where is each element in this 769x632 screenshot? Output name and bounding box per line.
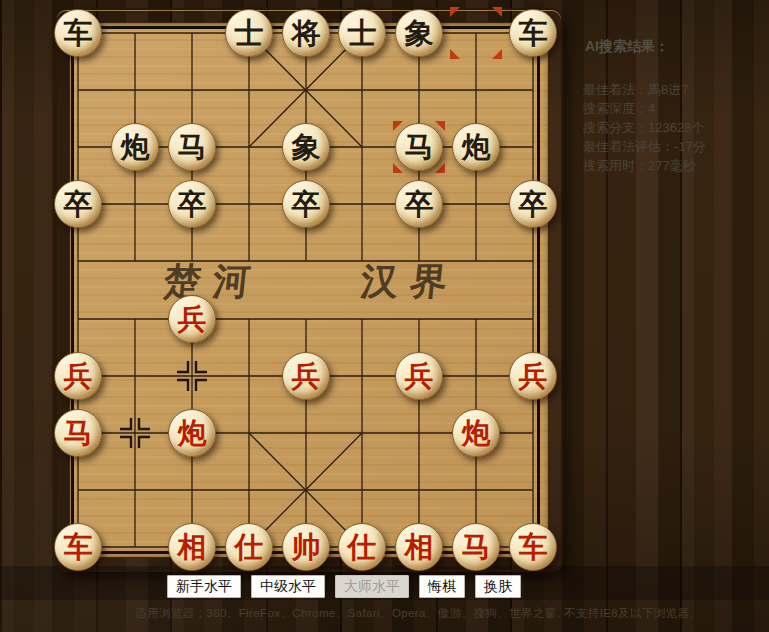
- app-background: 楚河 汉界 车士将士象车炮马象马炮卒卒卒卒卒兵兵兵兵兵马炮炮车相仕帅仕相马车 A…: [0, 0, 769, 632]
- black-piece-卒[interactable]: 卒: [54, 180, 102, 228]
- black-piece-士[interactable]: 士: [225, 9, 273, 57]
- ai-stat-time: 搜索用时：277毫秒: [583, 156, 763, 175]
- marker-corner-tr: [435, 121, 445, 131]
- marker-corner-br: [492, 49, 502, 59]
- red-piece-帅[interactable]: 帅: [282, 523, 330, 571]
- black-piece-卒[interactable]: 卒: [509, 180, 557, 228]
- red-piece-兵[interactable]: 兵: [168, 295, 216, 343]
- red-piece-兵[interactable]: 兵: [509, 352, 557, 400]
- red-piece-仕[interactable]: 仕: [338, 523, 386, 571]
- intermediate-level-button[interactable]: 中级水平: [251, 575, 325, 598]
- red-piece-兵[interactable]: 兵: [282, 352, 330, 400]
- black-piece-卒[interactable]: 卒: [282, 180, 330, 228]
- river-label-right: 汉界: [358, 257, 461, 307]
- marker-corner-tl: [450, 7, 460, 17]
- black-piece-象[interactable]: 象: [395, 9, 443, 57]
- black-piece-卒[interactable]: 卒: [395, 180, 443, 228]
- undo-move-button[interactable]: 悔棋: [419, 575, 465, 598]
- browser-support-note: 适用浏览器：360、FireFox、Chrome、Safari、Opera、傲游…: [135, 606, 693, 621]
- xiangqi-board: 楚河 汉界 车士将士象车炮马象马炮卒卒卒卒卒兵兵兵兵兵马炮炮车相仕帅仕相马车: [57, 10, 561, 570]
- black-piece-卒[interactable]: 卒: [168, 180, 216, 228]
- board-surface[interactable]: 楚河 汉界 车士将士象车炮马象马炮卒卒卒卒卒兵兵兵兵兵马炮炮车相仕帅仕相马车: [69, 22, 549, 558]
- red-piece-车[interactable]: 车: [54, 523, 102, 571]
- ai-stat-best-move: 最佳着法：馬8进7: [583, 80, 763, 99]
- black-piece-车[interactable]: 车: [54, 9, 102, 57]
- red-piece-兵[interactable]: 兵: [395, 352, 443, 400]
- black-piece-象[interactable]: 象: [282, 123, 330, 171]
- red-piece-炮[interactable]: 炮: [452, 409, 500, 457]
- red-piece-相[interactable]: 相: [395, 523, 443, 571]
- novice-level-button[interactable]: 新手水平: [167, 575, 241, 598]
- ai-stat-branches: 搜索分支：123628个: [583, 118, 763, 137]
- ai-search-panel: AI搜索结果： 最佳着法：馬8进7 搜索深度：4 搜索分支：123628个 最佳…: [583, 38, 763, 175]
- marker-corner-br: [435, 163, 445, 173]
- master-level-button: 大师水平: [335, 575, 409, 598]
- ai-stat-eval: 最佳着法评估：-17分: [583, 137, 763, 156]
- red-piece-炮[interactable]: 炮: [168, 409, 216, 457]
- black-piece-马[interactable]: 马: [168, 123, 216, 171]
- black-piece-炮[interactable]: 炮: [452, 123, 500, 171]
- board-grid: [69, 22, 549, 558]
- marker-corner-bl: [450, 49, 460, 59]
- red-piece-车[interactable]: 车: [509, 523, 557, 571]
- black-piece-将[interactable]: 将: [282, 9, 330, 57]
- black-piece-马[interactable]: 马: [395, 123, 443, 171]
- red-piece-兵[interactable]: 兵: [54, 352, 102, 400]
- ai-stat-depth: 搜索深度：4: [583, 99, 763, 118]
- red-piece-马[interactable]: 马: [452, 523, 500, 571]
- marker-corner-bl: [393, 163, 403, 173]
- black-piece-士[interactable]: 士: [338, 9, 386, 57]
- control-buttons: 新手水平 中级水平 大师水平 悔棋 换肤: [167, 575, 521, 598]
- red-piece-相[interactable]: 相: [168, 523, 216, 571]
- ai-panel-title: AI搜索结果：: [585, 38, 763, 56]
- red-piece-仕[interactable]: 仕: [225, 523, 273, 571]
- red-piece-马[interactable]: 马: [54, 409, 102, 457]
- last-move-from-marker: [450, 7, 502, 59]
- black-piece-车[interactable]: 车: [509, 9, 557, 57]
- black-piece-炮[interactable]: 炮: [111, 123, 159, 171]
- marker-corner-tr: [492, 7, 502, 17]
- change-skin-button[interactable]: 换肤: [475, 575, 521, 598]
